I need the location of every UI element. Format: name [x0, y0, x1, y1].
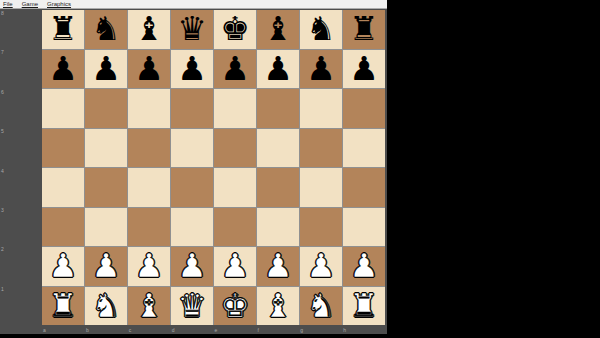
square-f3[interactable] — [257, 208, 299, 247]
square-g4[interactable] — [300, 168, 342, 207]
menu-bar: File Game Graphics — [0, 0, 387, 9]
file-label-h: h — [343, 327, 346, 333]
square-f7[interactable]: ♟ — [257, 50, 299, 89]
square-b5[interactable] — [85, 129, 127, 168]
square-d6[interactable] — [171, 89, 213, 128]
square-a6[interactable] — [42, 89, 84, 128]
square-e2[interactable]: ♟ — [214, 247, 256, 286]
rank-label-3: 3 — [1, 207, 11, 213]
black-pawn[interactable]: ♟ — [48, 50, 78, 88]
rank-label-2: 2 — [1, 246, 11, 252]
square-a8[interactable]: ♜ — [42, 10, 84, 49]
square-a2[interactable]: ♟ — [42, 247, 84, 286]
square-e7[interactable]: ♟ — [214, 50, 256, 89]
square-f6[interactable] — [257, 89, 299, 128]
black-pawn[interactable]: ♟ — [263, 50, 293, 88]
rank-label-6: 6 — [1, 89, 11, 95]
black-bishop[interactable]: ♝ — [134, 10, 164, 48]
square-d3[interactable] — [171, 208, 213, 247]
square-b6[interactable] — [85, 89, 127, 128]
black-rook[interactable]: ♜ — [48, 10, 78, 48]
square-b3[interactable] — [85, 208, 127, 247]
rank-label-5: 5 — [1, 128, 11, 134]
white-queen[interactable]: ♛ — [177, 287, 207, 325]
white-pawn[interactable]: ♟ — [349, 247, 379, 285]
square-e1[interactable]: ♚ — [214, 287, 256, 326]
square-h7[interactable]: ♟ — [343, 50, 385, 89]
square-d8[interactable]: ♛ — [171, 10, 213, 49]
menu-graphics[interactable]: Graphics — [47, 0, 71, 8]
rank-label-8: 8 — [1, 10, 11, 16]
black-rook[interactable]: ♜ — [349, 10, 379, 48]
white-pawn[interactable]: ♟ — [177, 247, 207, 285]
square-b4[interactable] — [85, 168, 127, 207]
square-e5[interactable] — [214, 129, 256, 168]
file-label-c: c — [129, 327, 132, 333]
black-pawn[interactable]: ♟ — [349, 50, 379, 88]
square-f4[interactable] — [257, 168, 299, 207]
square-e4[interactable] — [214, 168, 256, 207]
square-f5[interactable] — [257, 129, 299, 168]
white-pawn[interactable]: ♟ — [220, 247, 250, 285]
square-h3[interactable] — [343, 208, 385, 247]
square-g1[interactable]: ♞ — [300, 287, 342, 326]
white-pawn[interactable]: ♟ — [91, 247, 121, 285]
square-a7[interactable]: ♟ — [42, 50, 84, 89]
menu-game[interactable]: Game — [22, 0, 38, 8]
chess-board[interactable]: ♜♞♝♛♚♝♞♜♟♟♟♟♟♟♟♟♟♟♟♟♟♟♟♟♜♞♝♛♚♝♞♜ — [42, 10, 385, 325]
white-knight[interactable]: ♞ — [306, 287, 336, 325]
rank-label-1: 1 — [1, 286, 11, 292]
square-f1[interactable]: ♝ — [257, 287, 299, 326]
square-g6[interactable] — [300, 89, 342, 128]
square-h6[interactable] — [343, 89, 385, 128]
file-label-b: b — [86, 327, 89, 333]
menu-file[interactable]: File — [3, 0, 13, 8]
file-label-d: d — [172, 327, 175, 333]
black-pawn[interactable]: ♟ — [177, 50, 207, 88]
square-b2[interactable]: ♟ — [85, 247, 127, 286]
square-d4[interactable] — [171, 168, 213, 207]
square-d5[interactable] — [171, 129, 213, 168]
square-h5[interactable] — [343, 129, 385, 168]
white-pawn[interactable]: ♟ — [134, 247, 164, 285]
white-pawn[interactable]: ♟ — [48, 247, 78, 285]
square-d2[interactable]: ♟ — [171, 247, 213, 286]
white-rook[interactable]: ♜ — [349, 287, 379, 325]
black-knight[interactable]: ♞ — [91, 10, 121, 48]
chess-app-window: File Game Graphics ♜♞♝♛♚♝♞♜♟♟♟♟♟♟♟♟♟♟♟♟♟… — [0, 0, 387, 334]
square-g8[interactable]: ♞ — [300, 10, 342, 49]
white-bishop[interactable]: ♝ — [134, 287, 164, 325]
white-pawn[interactable]: ♟ — [263, 247, 293, 285]
square-b7[interactable]: ♟ — [85, 50, 127, 89]
square-d7[interactable]: ♟ — [171, 50, 213, 89]
square-c5[interactable] — [128, 129, 170, 168]
square-h1[interactable]: ♜ — [343, 287, 385, 326]
square-h2[interactable]: ♟ — [343, 247, 385, 286]
black-pawn[interactable]: ♟ — [134, 50, 164, 88]
file-label-a: a — [43, 327, 46, 333]
black-pawn[interactable]: ♟ — [306, 50, 336, 88]
square-c7[interactable]: ♟ — [128, 50, 170, 89]
white-bishop[interactable]: ♝ — [263, 287, 293, 325]
file-label-e: e — [215, 327, 218, 333]
square-e3[interactable] — [214, 208, 256, 247]
square-e8[interactable]: ♚ — [214, 10, 256, 49]
square-h8[interactable]: ♜ — [343, 10, 385, 49]
square-c1[interactable]: ♝ — [128, 287, 170, 326]
square-a4[interactable] — [42, 168, 84, 207]
square-a1[interactable]: ♜ — [42, 287, 84, 326]
square-c6[interactable] — [128, 89, 170, 128]
square-a3[interactable] — [42, 208, 84, 247]
rank-label-4: 4 — [1, 168, 11, 174]
black-pawn[interactable]: ♟ — [220, 50, 250, 88]
square-f2[interactable]: ♟ — [257, 247, 299, 286]
white-rook[interactable]: ♜ — [48, 287, 78, 325]
file-label-g: g — [300, 327, 303, 333]
square-c2[interactable]: ♟ — [128, 247, 170, 286]
rank-label-7: 7 — [1, 49, 11, 55]
square-c4[interactable] — [128, 168, 170, 207]
square-a5[interactable] — [42, 129, 84, 168]
file-label-f: f — [257, 327, 258, 333]
black-knight[interactable]: ♞ — [306, 10, 336, 48]
white-king[interactable]: ♚ — [220, 287, 250, 325]
square-d1[interactable]: ♛ — [171, 287, 213, 326]
square-g3[interactable] — [300, 208, 342, 247]
square-c8[interactable]: ♝ — [128, 10, 170, 49]
square-b8[interactable]: ♞ — [85, 10, 127, 49]
square-b1[interactable]: ♞ — [85, 287, 127, 326]
square-g5[interactable] — [300, 129, 342, 168]
square-g7[interactable]: ♟ — [300, 50, 342, 89]
black-pawn[interactable]: ♟ — [91, 50, 121, 88]
square-h4[interactable] — [343, 168, 385, 207]
white-pawn[interactable]: ♟ — [306, 247, 336, 285]
square-e6[interactable] — [214, 89, 256, 128]
square-f8[interactable]: ♝ — [257, 10, 299, 49]
white-knight[interactable]: ♞ — [91, 287, 121, 325]
black-queen[interactable]: ♛ — [177, 10, 207, 48]
black-bishop[interactable]: ♝ — [263, 10, 293, 48]
black-king[interactable]: ♚ — [220, 10, 250, 48]
square-g2[interactable]: ♟ — [300, 247, 342, 286]
square-c3[interactable] — [128, 208, 170, 247]
